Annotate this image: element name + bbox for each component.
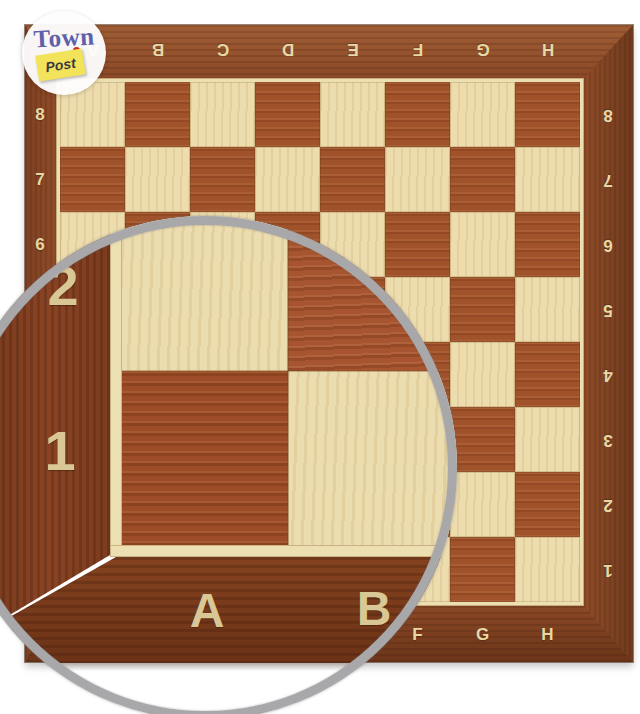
rank-label-right-5: 5 (597, 298, 619, 322)
file-label-top-h: H (537, 37, 559, 61)
square-h6 (515, 212, 580, 277)
square-f7 (385, 147, 450, 212)
square-h2 (515, 472, 580, 537)
square-b8 (125, 82, 190, 147)
file-label-bottom-f: F (407, 623, 429, 647)
square-e8 (320, 82, 385, 147)
square-h8 (515, 82, 580, 147)
square-g7 (450, 147, 515, 212)
rank-label-right-1: 1 (597, 558, 619, 582)
rank-label-right-4: 4 (597, 363, 619, 387)
product-photo-chessboard: AABBCCDDEEFFGGHH8877665544332211 2 1 A B… (0, 0, 640, 714)
square-c8 (190, 82, 255, 147)
file-label-top-c: C (212, 37, 234, 61)
square-g5 (450, 277, 515, 342)
file-label-top-g: G (472, 37, 494, 61)
square-h7 (515, 147, 580, 212)
file-label-top-e: E (342, 37, 364, 61)
square-g1 (450, 537, 515, 602)
file-label-top-f: F (407, 37, 429, 61)
file-label-bottom-h: H (537, 623, 559, 647)
square-g8 (450, 82, 515, 147)
square-d8 (255, 82, 320, 147)
square-f6 (385, 212, 450, 277)
rank-label-right-8: 8 (597, 103, 619, 127)
file-label-top-d: D (277, 37, 299, 61)
square-h1 (515, 537, 580, 602)
badge-post-sticky-note: Post (35, 48, 85, 81)
rank-label-left-6: 6 (29, 233, 51, 257)
square-e7 (320, 147, 385, 212)
square-d7 (255, 147, 320, 212)
square-g3 (450, 407, 515, 472)
square-g4 (450, 342, 515, 407)
square-h3 (515, 407, 580, 472)
rank-label-right-6: 6 (597, 233, 619, 257)
rank-label-right-7: 7 (597, 168, 619, 192)
badge-town-text: Town (21, 22, 106, 54)
square-c7 (190, 147, 255, 212)
square-b7 (125, 147, 190, 212)
rank-label-right-3: 3 (597, 428, 619, 452)
file-label-top-b: B (147, 37, 169, 61)
rank-label-left-7: 7 (29, 168, 51, 192)
square-h5 (515, 277, 580, 342)
square-g6 (450, 212, 515, 277)
square-a7 (60, 147, 125, 212)
square-h4 (515, 342, 580, 407)
square-f8 (385, 82, 450, 147)
square-g2 (450, 472, 515, 537)
rank-label-right-2: 2 (597, 493, 619, 517)
rank-label-left-8: 8 (29, 103, 51, 127)
file-label-bottom-g: G (472, 623, 494, 647)
town-post-logo-badge: Town Post (22, 11, 106, 95)
